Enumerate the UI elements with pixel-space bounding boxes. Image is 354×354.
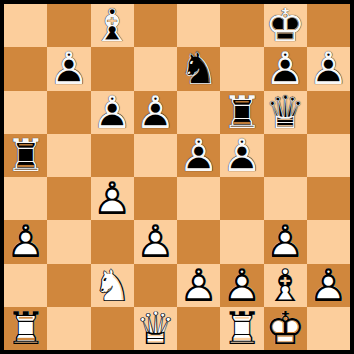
piece-outline-glyph: ♙ bbox=[91, 177, 134, 220]
square-c4[interactable]: ♟♙ bbox=[91, 177, 134, 220]
piece-outline-glyph: ♔ bbox=[264, 4, 307, 47]
square-b4[interactable] bbox=[47, 177, 90, 220]
square-f2[interactable]: ♟♙ bbox=[220, 264, 263, 307]
square-c5[interactable] bbox=[91, 134, 134, 177]
square-d6[interactable]: ♟♙ bbox=[134, 91, 177, 134]
white-pawn-f2: ♟♙ bbox=[220, 264, 263, 307]
square-e3[interactable] bbox=[177, 220, 220, 263]
square-d1[interactable]: ♛♕ bbox=[134, 307, 177, 350]
square-c8[interactable]: ♝♗ bbox=[91, 4, 134, 47]
square-h4[interactable] bbox=[307, 177, 350, 220]
square-b3[interactable] bbox=[47, 220, 90, 263]
white-king-g1: ♚♔ bbox=[264, 307, 307, 350]
piece-outline-glyph: ♙ bbox=[220, 264, 263, 307]
black-pawn-d6: ♟♙ bbox=[134, 91, 177, 134]
piece-outline-glyph: ♗ bbox=[264, 264, 307, 307]
square-g7[interactable]: ♟♙ bbox=[264, 47, 307, 90]
square-h1[interactable] bbox=[307, 307, 350, 350]
piece-outline-glyph: ♗ bbox=[91, 4, 134, 47]
white-knight-c2: ♞♘ bbox=[91, 264, 134, 307]
square-b1[interactable] bbox=[47, 307, 90, 350]
square-c7[interactable] bbox=[91, 47, 134, 90]
piece-fill-glyph: ♜ bbox=[4, 134, 47, 177]
piece-outline-glyph: ♙ bbox=[264, 220, 307, 263]
piece-fill-glyph: ♛ bbox=[264, 91, 307, 134]
piece-outline-glyph: ♖ bbox=[220, 307, 263, 350]
piece-fill-glyph: ♟ bbox=[307, 264, 350, 307]
square-h2[interactable]: ♟♙ bbox=[307, 264, 350, 307]
black-pawn-h7: ♟♙ bbox=[307, 47, 350, 90]
black-rook-f6: ♜♖ bbox=[220, 91, 263, 134]
square-b6[interactable] bbox=[47, 91, 90, 134]
square-d5[interactable] bbox=[134, 134, 177, 177]
square-e1[interactable] bbox=[177, 307, 220, 350]
piece-outline-glyph: ♙ bbox=[307, 264, 350, 307]
piece-fill-glyph: ♟ bbox=[264, 220, 307, 263]
square-g2[interactable]: ♝♗ bbox=[264, 264, 307, 307]
piece-fill-glyph: ♟ bbox=[220, 134, 263, 177]
piece-fill-glyph: ♝ bbox=[264, 264, 307, 307]
piece-outline-glyph: ♙ bbox=[134, 91, 177, 134]
piece-outline-glyph: ♙ bbox=[220, 134, 263, 177]
square-e7[interactable]: ♞♘ bbox=[177, 47, 220, 90]
piece-outline-glyph: ♙ bbox=[264, 47, 307, 90]
piece-outline-glyph: ♔ bbox=[264, 307, 307, 350]
piece-outline-glyph: ♙ bbox=[307, 47, 350, 90]
square-f5[interactable]: ♟♙ bbox=[220, 134, 263, 177]
square-f6[interactable]: ♜♖ bbox=[220, 91, 263, 134]
black-pawn-e5: ♟♙ bbox=[177, 134, 220, 177]
square-h7[interactable]: ♟♙ bbox=[307, 47, 350, 90]
square-g4[interactable] bbox=[264, 177, 307, 220]
piece-outline-glyph: ♙ bbox=[4, 220, 47, 263]
black-pawn-f5: ♟♙ bbox=[220, 134, 263, 177]
piece-outline-glyph: ♖ bbox=[4, 134, 47, 177]
white-pawn-d3: ♟♙ bbox=[134, 220, 177, 263]
piece-fill-glyph: ♟ bbox=[47, 47, 90, 90]
piece-outline-glyph: ♙ bbox=[134, 220, 177, 263]
black-knight-e7: ♞♘ bbox=[177, 47, 220, 90]
piece-outline-glyph: ♖ bbox=[220, 91, 263, 134]
square-b2[interactable] bbox=[47, 264, 90, 307]
white-rook-a1: ♜♖ bbox=[4, 307, 47, 350]
square-f7[interactable] bbox=[220, 47, 263, 90]
square-e2[interactable]: ♟♙ bbox=[177, 264, 220, 307]
piece-fill-glyph: ♛ bbox=[134, 307, 177, 350]
piece-outline-glyph: ♘ bbox=[91, 264, 134, 307]
white-pawn-c4: ♟♙ bbox=[91, 177, 134, 220]
black-rook-a5: ♜♖ bbox=[4, 134, 47, 177]
square-e6[interactable] bbox=[177, 91, 220, 134]
square-h8[interactable] bbox=[307, 4, 350, 47]
white-pawn-a3: ♟♙ bbox=[4, 220, 47, 263]
piece-outline-glyph: ♖ bbox=[4, 307, 47, 350]
square-e4[interactable] bbox=[177, 177, 220, 220]
square-f4[interactable] bbox=[220, 177, 263, 220]
square-a5[interactable]: ♜♖ bbox=[4, 134, 47, 177]
square-a3[interactable]: ♟♙ bbox=[4, 220, 47, 263]
white-rook-f1: ♜♖ bbox=[220, 307, 263, 350]
piece-fill-glyph: ♟ bbox=[220, 264, 263, 307]
piece-outline-glyph: ♕ bbox=[134, 307, 177, 350]
square-b5[interactable] bbox=[47, 134, 90, 177]
square-d7[interactable] bbox=[134, 47, 177, 90]
chess-board: ♝♗♚♔♟♙♞♘♟♙♟♙♟♙♟♙♜♖♛♕♜♖♟♙♟♙♟♙♟♙♟♙♟♙♞♘♟♙♟♙… bbox=[4, 4, 350, 350]
square-g8[interactable]: ♚♔ bbox=[264, 4, 307, 47]
black-pawn-c6: ♟♙ bbox=[91, 91, 134, 134]
piece-outline-glyph: ♙ bbox=[177, 264, 220, 307]
piece-fill-glyph: ♚ bbox=[264, 307, 307, 350]
square-e5[interactable]: ♟♙ bbox=[177, 134, 220, 177]
square-e8[interactable] bbox=[177, 4, 220, 47]
chess-board-frame: ♝♗♚♔♟♙♞♘♟♙♟♙♟♙♟♙♜♖♛♕♜♖♟♙♟♙♟♙♟♙♟♙♟♙♞♘♟♙♟♙… bbox=[0, 0, 354, 354]
white-pawn-h2: ♟♙ bbox=[307, 264, 350, 307]
piece-fill-glyph: ♜ bbox=[4, 307, 47, 350]
piece-fill-glyph: ♜ bbox=[220, 307, 263, 350]
square-a1[interactable]: ♜♖ bbox=[4, 307, 47, 350]
piece-fill-glyph: ♞ bbox=[177, 47, 220, 90]
piece-outline-glyph: ♙ bbox=[47, 47, 90, 90]
square-h6[interactable] bbox=[307, 91, 350, 134]
square-h3[interactable] bbox=[307, 220, 350, 263]
piece-fill-glyph: ♚ bbox=[264, 4, 307, 47]
square-c1[interactable] bbox=[91, 307, 134, 350]
piece-fill-glyph: ♜ bbox=[220, 91, 263, 134]
square-c3[interactable] bbox=[91, 220, 134, 263]
square-b8[interactable] bbox=[47, 4, 90, 47]
black-pawn-g7: ♟♙ bbox=[264, 47, 307, 90]
white-queen-d1: ♛♕ bbox=[134, 307, 177, 350]
piece-fill-glyph: ♟ bbox=[177, 264, 220, 307]
white-pawn-e2: ♟♙ bbox=[177, 264, 220, 307]
white-pawn-g3: ♟♙ bbox=[264, 220, 307, 263]
square-g1[interactable]: ♚♔ bbox=[264, 307, 307, 350]
piece-fill-glyph: ♞ bbox=[91, 264, 134, 307]
square-g5[interactable] bbox=[264, 134, 307, 177]
square-a6[interactable] bbox=[4, 91, 47, 134]
piece-fill-glyph: ♟ bbox=[91, 177, 134, 220]
square-c6[interactable]: ♟♙ bbox=[91, 91, 134, 134]
piece-outline-glyph: ♙ bbox=[177, 134, 220, 177]
square-d3[interactable]: ♟♙ bbox=[134, 220, 177, 263]
square-f1[interactable]: ♜♖ bbox=[220, 307, 263, 350]
square-b7[interactable]: ♟♙ bbox=[47, 47, 90, 90]
piece-fill-glyph: ♟ bbox=[134, 91, 177, 134]
black-king-g8: ♚♔ bbox=[264, 4, 307, 47]
square-g6[interactable]: ♛♕ bbox=[264, 91, 307, 134]
black-queen-g6: ♛♕ bbox=[264, 91, 307, 134]
square-a8[interactable] bbox=[4, 4, 47, 47]
square-d2[interactable] bbox=[134, 264, 177, 307]
piece-fill-glyph: ♟ bbox=[307, 47, 350, 90]
white-bishop-g2: ♝♗ bbox=[264, 264, 307, 307]
square-f8[interactable] bbox=[220, 4, 263, 47]
square-f3[interactable] bbox=[220, 220, 263, 263]
piece-fill-glyph: ♟ bbox=[134, 220, 177, 263]
piece-outline-glyph: ♘ bbox=[177, 47, 220, 90]
square-g3[interactable]: ♟♙ bbox=[264, 220, 307, 263]
piece-fill-glyph: ♟ bbox=[91, 91, 134, 134]
piece-fill-glyph: ♟ bbox=[177, 134, 220, 177]
piece-fill-glyph: ♝ bbox=[91, 4, 134, 47]
square-a2[interactable] bbox=[4, 264, 47, 307]
square-d8[interactable] bbox=[134, 4, 177, 47]
piece-outline-glyph: ♙ bbox=[91, 91, 134, 134]
piece-outline-glyph: ♕ bbox=[264, 91, 307, 134]
piece-fill-glyph: ♟ bbox=[4, 220, 47, 263]
square-h5[interactable] bbox=[307, 134, 350, 177]
square-a7[interactable] bbox=[4, 47, 47, 90]
piece-fill-glyph: ♟ bbox=[264, 47, 307, 90]
square-a4[interactable] bbox=[4, 177, 47, 220]
black-pawn-b7: ♟♙ bbox=[47, 47, 90, 90]
black-bishop-c8: ♝♗ bbox=[91, 4, 134, 47]
square-d4[interactable] bbox=[134, 177, 177, 220]
square-c2[interactable]: ♞♘ bbox=[91, 264, 134, 307]
